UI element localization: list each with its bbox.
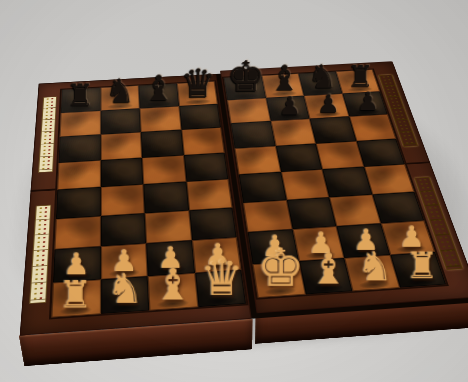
scene: ♜♞♝♛♟♟♟♟♜♞♝♛ ♚♝♞♜♟♟♟♟♟♟♟♚♝♞♜ [0,0,468,382]
folding-chess-box: ♜♞♝♛♟♟♟♟♜♞♝♛ ♚♝♞♜♟♟♟♟♟♟♟♚♝♞♜ [20,64,468,335]
square-a8: ♜ [61,87,101,112]
piece-black-pawn: ♟ [318,90,341,115]
cribbage-strip-ivory-lower [29,204,51,303]
square-c5 [142,155,186,184]
square-h1: ♜ [390,251,446,287]
cribbage-strip-ivory-upper [38,96,57,172]
piece-black-bishop: ♝ [269,60,300,94]
square-a4 [56,187,101,219]
square-e3 [243,199,292,232]
square-h5 [356,138,405,166]
piece-white-queen: ♛ [200,254,244,303]
piece-white-knight: ♞ [357,246,393,286]
piece-black-knight: ♞ [105,74,135,107]
square-h3 [372,191,424,223]
square-b1: ♞ [100,275,149,313]
square-e7 [227,97,270,123]
square-h7: ♟ [342,91,388,116]
piece-black-knight: ♞ [308,60,337,93]
square-d5 [183,152,228,181]
square-a5 [57,160,100,190]
rail-seam-left [31,188,58,192]
square-f1: ♝ [299,257,353,294]
piece-white-knight: ♞ [106,268,143,309]
square-e1: ♚ [252,260,305,297]
square-e5 [235,145,281,174]
square-b6 [100,132,142,160]
square-h4 [364,164,415,194]
piece-black-king: ♚ [227,54,265,97]
square-d1: ♛ [195,269,246,307]
square-a1: ♜ [51,279,100,317]
piece-black-queen: ♛ [180,63,215,102]
square-e8: ♚ [224,75,266,99]
square-h6 [349,114,396,141]
box-front-edge-left [19,318,253,366]
square-a7 [60,110,101,136]
square-c7 [140,106,181,132]
square-f6 [270,118,315,145]
rail-seam-right [404,161,430,164]
square-b3 [100,212,146,245]
square-c6 [141,129,184,157]
photo-background: ♜♞♝♛♟♟♟♟♜♞♝♛ ♚♝♞♜♟♟♟♟♟♟♟♚♝♞♜ [0,0,468,382]
piece-black-bishop: ♝ [143,70,174,105]
square-d7 [179,103,221,129]
square-b4 [100,184,144,215]
square-f3 [286,196,336,228]
square-a3 [54,215,100,249]
square-d8: ♛ [177,81,218,106]
square-b5 [100,157,143,187]
square-d3 [189,207,237,240]
square-b7 [100,108,140,134]
piece-black-rook: ♜ [67,79,94,109]
square-d6 [181,127,225,155]
square-e4 [239,171,287,202]
piece-white-king: ♚ [257,240,304,293]
square-b8: ♞ [100,85,139,110]
square-d4 [186,179,232,210]
piece-black-pawn: ♟ [278,93,301,118]
square-e6 [231,121,276,148]
square-f7: ♟ [266,95,310,120]
piece-white-bishop: ♝ [154,263,193,306]
square-c8: ♝ [139,83,179,108]
square-g1: ♞ [344,254,399,291]
piece-white-rook: ♜ [406,246,439,283]
board-files-a-d: ♜♞♝♛♟♟♟♟♜♞♝♛ [51,81,246,317]
piece-black-pawn: ♟ [357,88,379,113]
square-a6 [58,134,100,162]
square-c4 [143,181,188,212]
square-f4 [281,169,330,199]
square-c1: ♝ [148,272,198,310]
square-f5 [275,143,322,172]
square-c3 [145,210,192,243]
piece-white-bishop: ♝ [309,247,347,290]
piece-white-rook: ♜ [59,275,93,313]
board-half-left: ♜♞♝♛♟♟♟♟♜♞♝♛ [20,74,252,335]
